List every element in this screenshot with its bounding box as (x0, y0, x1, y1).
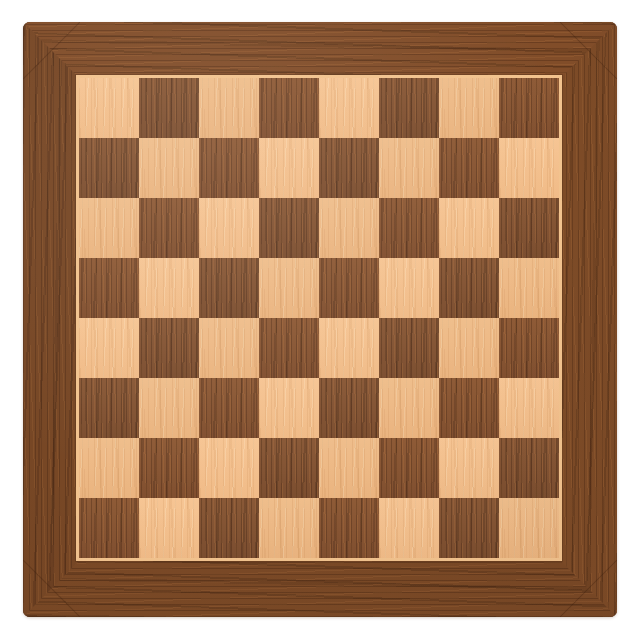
square-c5[interactable] (199, 258, 259, 318)
square-a4[interactable] (79, 318, 139, 378)
square-d4[interactable] (259, 318, 319, 378)
chess-board (23, 22, 617, 617)
square-e8[interactable] (319, 78, 379, 138)
square-b5[interactable] (139, 258, 199, 318)
square-e1[interactable] (319, 498, 379, 558)
square-h3[interactable] (499, 378, 559, 438)
square-f6[interactable] (379, 198, 439, 258)
square-c8[interactable] (199, 78, 259, 138)
square-c4[interactable] (199, 318, 259, 378)
square-h7[interactable] (499, 138, 559, 198)
square-b7[interactable] (139, 138, 199, 198)
square-c3[interactable] (199, 378, 259, 438)
photo-background (0, 0, 640, 640)
square-g5[interactable] (439, 258, 499, 318)
frame-rail-bottom (23, 560, 617, 617)
square-e6[interactable] (319, 198, 379, 258)
square-h1[interactable] (499, 498, 559, 558)
square-h5[interactable] (499, 258, 559, 318)
square-a7[interactable] (79, 138, 139, 198)
square-g7[interactable] (439, 138, 499, 198)
square-h2[interactable] (499, 438, 559, 498)
frame-rail-top (23, 22, 617, 79)
square-d7[interactable] (259, 138, 319, 198)
square-d8[interactable] (259, 78, 319, 138)
square-e5[interactable] (319, 258, 379, 318)
square-c1[interactable] (199, 498, 259, 558)
square-f8[interactable] (379, 78, 439, 138)
square-c2[interactable] (199, 438, 259, 498)
square-h6[interactable] (499, 198, 559, 258)
square-d1[interactable] (259, 498, 319, 558)
square-b1[interactable] (139, 498, 199, 558)
frame-rail-right (560, 22, 617, 617)
square-e4[interactable] (319, 318, 379, 378)
square-a2[interactable] (79, 438, 139, 498)
square-f1[interactable] (379, 498, 439, 558)
square-a1[interactable] (79, 498, 139, 558)
maple-inlay-border (76, 75, 562, 561)
square-e3[interactable] (319, 378, 379, 438)
square-f4[interactable] (379, 318, 439, 378)
square-c7[interactable] (199, 138, 259, 198)
frame-rail-left (23, 22, 80, 617)
square-h8[interactable] (499, 78, 559, 138)
square-b4[interactable] (139, 318, 199, 378)
square-g8[interactable] (439, 78, 499, 138)
square-d5[interactable] (259, 258, 319, 318)
square-b3[interactable] (139, 378, 199, 438)
square-e2[interactable] (319, 438, 379, 498)
square-a3[interactable] (79, 378, 139, 438)
board-grid (79, 78, 559, 558)
square-a6[interactable] (79, 198, 139, 258)
square-a5[interactable] (79, 258, 139, 318)
square-d3[interactable] (259, 378, 319, 438)
square-g1[interactable] (439, 498, 499, 558)
square-h4[interactable] (499, 318, 559, 378)
square-a8[interactable] (79, 78, 139, 138)
square-f2[interactable] (379, 438, 439, 498)
square-b8[interactable] (139, 78, 199, 138)
square-g2[interactable] (439, 438, 499, 498)
square-c6[interactable] (199, 198, 259, 258)
square-g3[interactable] (439, 378, 499, 438)
square-e7[interactable] (319, 138, 379, 198)
square-g4[interactable] (439, 318, 499, 378)
square-b2[interactable] (139, 438, 199, 498)
square-f5[interactable] (379, 258, 439, 318)
square-f7[interactable] (379, 138, 439, 198)
square-f3[interactable] (379, 378, 439, 438)
square-g6[interactable] (439, 198, 499, 258)
square-d2[interactable] (259, 438, 319, 498)
square-b6[interactable] (139, 198, 199, 258)
square-d6[interactable] (259, 198, 319, 258)
